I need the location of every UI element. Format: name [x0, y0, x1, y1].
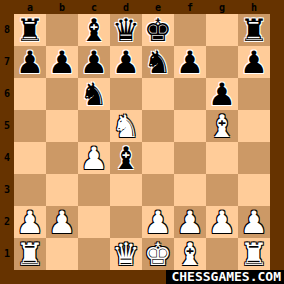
square-e5[interactable]: [142, 110, 174, 142]
black-pawn-c7: ♟: [80, 46, 108, 78]
white-pawn-g2: ♟: [208, 206, 236, 238]
square-c8[interactable]: ♝: [78, 14, 110, 46]
square-f3[interactable]: [174, 174, 206, 206]
white-queen-d1: ♛: [112, 238, 140, 270]
square-d3[interactable]: [110, 174, 142, 206]
square-h5[interactable]: [238, 110, 270, 142]
square-b6[interactable]: [46, 78, 78, 110]
square-f4[interactable]: [174, 142, 206, 174]
black-knight-c6: ♞: [80, 78, 108, 110]
rank-label-7: 7: [0, 46, 14, 78]
square-g2[interactable]: ♟: [206, 206, 238, 238]
black-pawn-d7: ♟: [112, 46, 140, 78]
file-label-c: c: [78, 1, 110, 14]
square-h4[interactable]: [238, 142, 270, 174]
white-rook-h1: ♜: [240, 238, 268, 270]
square-b7[interactable]: ♟: [46, 46, 78, 78]
rank-label-5: 5: [0, 110, 14, 142]
square-c3[interactable]: [78, 174, 110, 206]
square-f5[interactable]: [174, 110, 206, 142]
file-label-b: b: [46, 1, 78, 14]
square-a4[interactable]: [14, 142, 46, 174]
site-branding: CHESSGAMES.COM: [166, 270, 284, 284]
square-h2[interactable]: ♟: [238, 206, 270, 238]
square-e2[interactable]: ♟: [142, 206, 174, 238]
square-b4[interactable]: [46, 142, 78, 174]
square-b5[interactable]: [46, 110, 78, 142]
file-label-e: e: [142, 1, 174, 14]
white-pawn-e2: ♟: [144, 206, 172, 238]
square-g7[interactable]: [206, 46, 238, 78]
square-d1[interactable]: ♛: [110, 238, 142, 270]
square-b2[interactable]: ♟: [46, 206, 78, 238]
square-g5[interactable]: ♝: [206, 110, 238, 142]
square-c1[interactable]: [78, 238, 110, 270]
chess-board: ♜♝♛♚♜♟♟♟♟♞♟♟♞♟♞♝♟♝♟♟♟♟♟♟♜♛♚♝♜: [14, 14, 270, 270]
file-label-a: a: [14, 1, 46, 14]
square-d4[interactable]: ♝: [110, 142, 142, 174]
chess-board-frame: ♜♝♛♚♜♟♟♟♟♞♟♟♞♟♞♝♟♝♟♟♟♟♟♟♜♛♚♝♜ abcdefgh 8…: [0, 0, 284, 284]
square-g4[interactable]: [206, 142, 238, 174]
square-a5[interactable]: [14, 110, 46, 142]
square-a6[interactable]: [14, 78, 46, 110]
square-e8[interactable]: ♚: [142, 14, 174, 46]
square-b3[interactable]: [46, 174, 78, 206]
rank-label-8: 8: [0, 14, 14, 46]
square-h7[interactable]: ♟: [238, 46, 270, 78]
square-c5[interactable]: [78, 110, 110, 142]
white-pawn-c4: ♟: [80, 142, 108, 174]
square-f2[interactable]: ♟: [174, 206, 206, 238]
square-b8[interactable]: [46, 14, 78, 46]
rank-label-1: 1: [0, 238, 14, 270]
black-rook-h8: ♜: [240, 14, 268, 46]
square-f6[interactable]: [174, 78, 206, 110]
white-knight-d5: ♞: [112, 110, 140, 142]
white-pawn-a2: ♟: [16, 206, 44, 238]
square-e6[interactable]: [142, 78, 174, 110]
black-pawn-f7: ♟: [176, 46, 204, 78]
square-g6[interactable]: ♟: [206, 78, 238, 110]
file-label-g: g: [206, 1, 238, 14]
square-e1[interactable]: ♚: [142, 238, 174, 270]
black-knight-e7: ♞: [144, 46, 172, 78]
square-f7[interactable]: ♟: [174, 46, 206, 78]
white-bishop-g5: ♝: [208, 110, 236, 142]
square-h6[interactable]: [238, 78, 270, 110]
square-g1[interactable]: [206, 238, 238, 270]
white-pawn-b2: ♟: [48, 206, 76, 238]
black-rook-a8: ♜: [16, 14, 44, 46]
square-g8[interactable]: [206, 14, 238, 46]
rank-label-6: 6: [0, 78, 14, 110]
square-f1[interactable]: ♝: [174, 238, 206, 270]
square-c4[interactable]: ♟: [78, 142, 110, 174]
square-e7[interactable]: ♞: [142, 46, 174, 78]
white-pawn-h2: ♟: [240, 206, 268, 238]
file-label-f: f: [174, 1, 206, 14]
square-b1[interactable]: [46, 238, 78, 270]
square-a1[interactable]: ♜: [14, 238, 46, 270]
white-king-e1: ♚: [144, 238, 172, 270]
black-pawn-g6: ♟: [208, 78, 236, 110]
file-label-h: h: [238, 1, 270, 14]
square-d8[interactable]: ♛: [110, 14, 142, 46]
square-h8[interactable]: ♜: [238, 14, 270, 46]
square-g3[interactable]: [206, 174, 238, 206]
square-c6[interactable]: ♞: [78, 78, 110, 110]
square-f8[interactable]: [174, 14, 206, 46]
square-c7[interactable]: ♟: [78, 46, 110, 78]
black-bishop-c8: ♝: [80, 14, 108, 46]
square-a3[interactable]: [14, 174, 46, 206]
white-bishop-f1: ♝: [176, 238, 204, 270]
square-a2[interactable]: ♟: [14, 206, 46, 238]
white-rook-a1: ♜: [16, 238, 44, 270]
square-d5[interactable]: ♞: [110, 110, 142, 142]
black-king-e8: ♚: [144, 14, 172, 46]
black-bishop-d4: ♝: [112, 142, 140, 174]
black-pawn-a7: ♟: [16, 46, 44, 78]
rank-label-4: 4: [0, 142, 14, 174]
rank-label-3: 3: [0, 174, 14, 206]
square-c2[interactable]: [78, 206, 110, 238]
square-a7[interactable]: ♟: [14, 46, 46, 78]
square-d7[interactable]: ♟: [110, 46, 142, 78]
square-h3[interactable]: [238, 174, 270, 206]
square-d2[interactable]: [110, 206, 142, 238]
rank-label-2: 2: [0, 206, 14, 238]
square-h1[interactable]: ♜: [238, 238, 270, 270]
white-pawn-f2: ♟: [176, 206, 204, 238]
square-e4[interactable]: [142, 142, 174, 174]
black-queen-d8: ♛: [112, 14, 140, 46]
square-a8[interactable]: ♜: [14, 14, 46, 46]
square-e3[interactable]: [142, 174, 174, 206]
square-d6[interactable]: [110, 78, 142, 110]
black-pawn-h7: ♟: [240, 46, 268, 78]
file-label-d: d: [110, 1, 142, 14]
black-pawn-b7: ♟: [48, 46, 76, 78]
